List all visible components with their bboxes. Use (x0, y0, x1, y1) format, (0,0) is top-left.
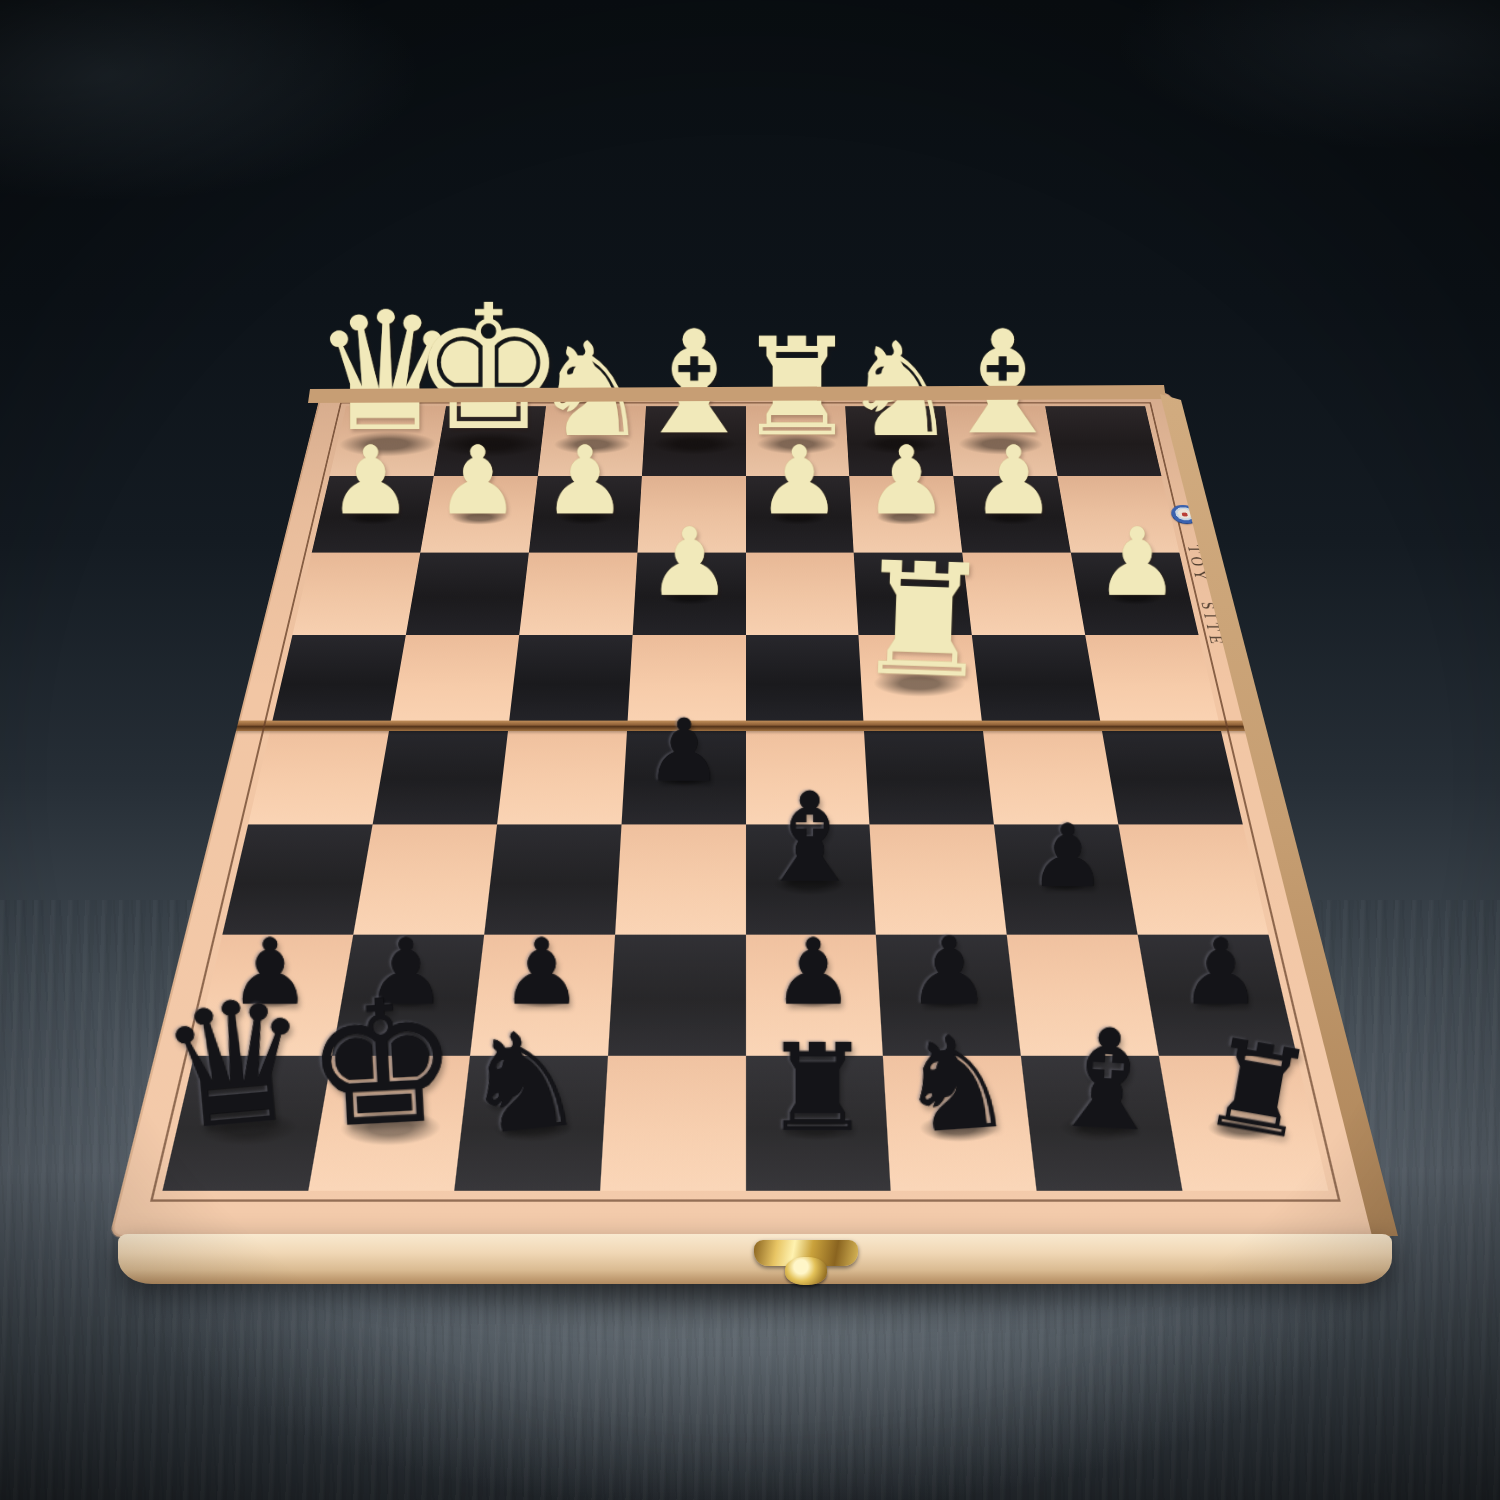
vignette (0, 0, 1500, 1500)
product-photo-stage: TOY SITE ♛♚♞♝♜♞♝♟♟♟♟♟♟♟♟♜♟♝♟♟♟♟♟♟♟♛♚♞♜♞♝… (0, 0, 1500, 1500)
